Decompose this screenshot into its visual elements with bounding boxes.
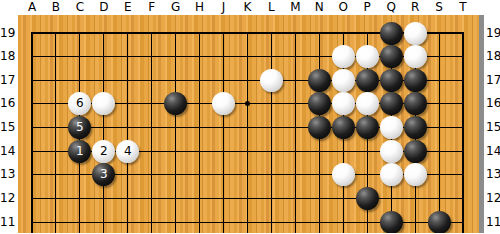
- row-label-left-17: 17: [0, 73, 15, 88]
- stone-white-Q15[interactable]: [380, 116, 403, 139]
- row-label-left-14: 14: [0, 144, 15, 159]
- row-label-left-11: 11: [0, 215, 15, 230]
- grid-line-v-A: [31, 32, 33, 233]
- move-number-label: 4: [124, 144, 132, 158]
- row-label-left-16: 16: [0, 96, 15, 111]
- row-label-right-15: 15: [486, 120, 500, 135]
- stone-white-O18[interactable]: [332, 45, 355, 68]
- stone-black-Q18[interactable]: [380, 45, 403, 68]
- stone-black-S11[interactable]: [428, 211, 451, 234]
- row-label-right-19: 19: [486, 26, 500, 41]
- col-label-M: M: [283, 0, 307, 15]
- go-diagram: ABCDEFGHJKLMNOPQRST191918181717161615151…: [0, 0, 500, 233]
- stone-white-L17[interactable]: [260, 69, 283, 92]
- stone-white-P18[interactable]: [356, 45, 379, 68]
- stone-black-Q11[interactable]: [380, 211, 403, 234]
- stone-white-R13[interactable]: [404, 163, 427, 186]
- stone-black-R14[interactable]: [404, 140, 427, 163]
- col-label-P: P: [355, 0, 379, 15]
- col-label-Q: Q: [379, 0, 403, 15]
- row-label-left-15: 15: [0, 120, 15, 135]
- col-label-B: B: [44, 0, 68, 15]
- col-label-T: T: [451, 0, 475, 15]
- stone-black-Q19[interactable]: [380, 22, 403, 45]
- row-label-left-19: 19: [0, 26, 15, 41]
- stone-black-R15[interactable]: [404, 116, 427, 139]
- grid-line-v-J: [223, 32, 224, 233]
- board-shadow-bar: [479, 15, 484, 233]
- stone-black-C14[interactable]: 1: [68, 140, 91, 163]
- stone-white-D14[interactable]: 2: [92, 140, 115, 163]
- move-number-label: 3: [100, 167, 108, 181]
- stone-black-Q16[interactable]: [380, 92, 403, 115]
- col-label-A: A: [20, 0, 44, 15]
- stone-black-N17[interactable]: [308, 69, 331, 92]
- stone-black-P15[interactable]: [356, 116, 379, 139]
- row-label-right-11: 11: [486, 215, 500, 230]
- grid-line-v-G: [175, 32, 176, 233]
- grid-line-v-K: [247, 32, 248, 233]
- col-label-O: O: [331, 0, 355, 15]
- col-label-J: J: [212, 0, 236, 15]
- row-label-left-13: 13: [0, 167, 15, 182]
- row-label-right-16: 16: [486, 96, 500, 111]
- stone-white-O16[interactable]: [332, 92, 355, 115]
- col-label-D: D: [92, 0, 116, 15]
- stone-black-P17[interactable]: [356, 69, 379, 92]
- grid-line-v-E: [127, 32, 128, 233]
- move-number-label: 6: [76, 96, 84, 110]
- stone-black-Q17[interactable]: [380, 69, 403, 92]
- stone-white-Q14[interactable]: [380, 140, 403, 163]
- grid-line-v-H: [199, 32, 200, 233]
- row-label-right-17: 17: [486, 73, 500, 88]
- col-label-K: K: [235, 0, 259, 15]
- col-label-F: F: [140, 0, 164, 15]
- move-number-label: 5: [76, 120, 84, 134]
- col-label-L: L: [259, 0, 283, 15]
- stone-white-P16[interactable]: [356, 92, 379, 115]
- row-label-right-13: 13: [486, 167, 500, 182]
- stone-black-P12[interactable]: [356, 187, 379, 210]
- move-number-label: 2: [100, 144, 108, 158]
- col-label-N: N: [307, 0, 331, 15]
- col-label-G: G: [164, 0, 188, 15]
- row-label-right-14: 14: [486, 144, 500, 159]
- row-label-left-12: 12: [0, 191, 15, 206]
- row-label-right-18: 18: [486, 49, 500, 64]
- row-label-left-18: 18: [0, 49, 15, 64]
- stone-black-R16[interactable]: [404, 92, 427, 115]
- grid-line-v-M: [295, 32, 296, 233]
- grid-line-v-T: [462, 32, 464, 233]
- grid-line-v-L: [271, 32, 272, 233]
- grid-line-v-D: [103, 32, 104, 233]
- stone-white-R19[interactable]: [404, 22, 427, 45]
- col-label-R: R: [403, 0, 427, 15]
- stone-black-O15[interactable]: [332, 116, 355, 139]
- col-label-E: E: [116, 0, 140, 15]
- stone-black-N15[interactable]: [308, 116, 331, 139]
- col-label-C: C: [68, 0, 92, 15]
- grid-line-h-12: [31, 198, 464, 199]
- grid-line-v-F: [151, 32, 152, 233]
- col-label-H: H: [188, 0, 212, 15]
- move-number-label: 1: [76, 144, 84, 158]
- col-label-S: S: [427, 0, 451, 15]
- grid-line-v-S: [439, 32, 440, 233]
- stone-black-R17[interactable]: [404, 69, 427, 92]
- grid-line-v-B: [55, 32, 56, 233]
- stone-white-E14[interactable]: 4: [116, 140, 139, 163]
- stone-white-Q13[interactable]: [380, 163, 403, 186]
- stone-white-O13[interactable]: [332, 163, 355, 186]
- row-label-right-12: 12: [486, 191, 500, 206]
- stone-white-R18[interactable]: [404, 45, 427, 68]
- stone-white-O17[interactable]: [332, 69, 355, 92]
